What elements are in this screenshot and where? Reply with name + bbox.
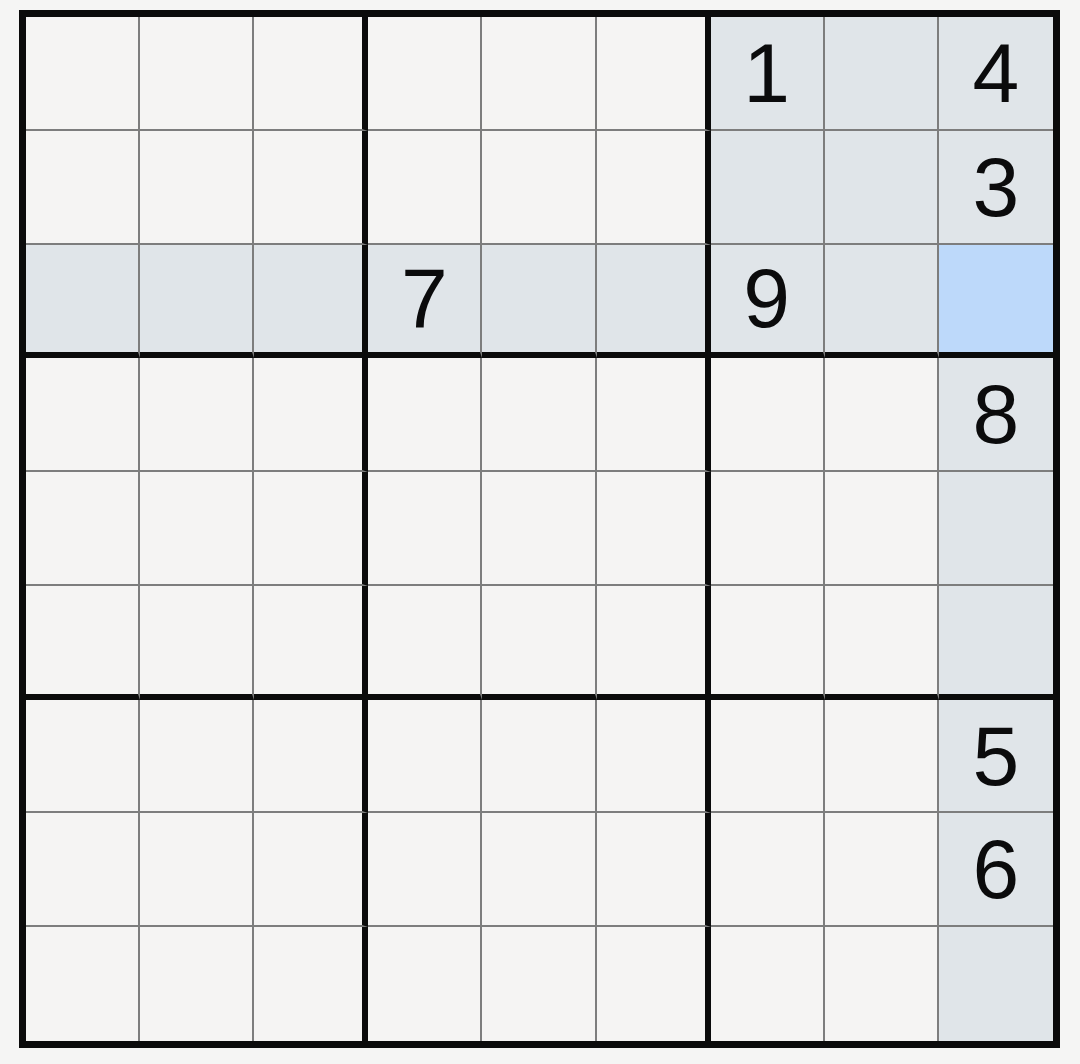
cell-r7c4[interactable] (368, 700, 482, 814)
cell-r4c5[interactable] (482, 358, 596, 472)
cell-r9c1[interactable] (26, 927, 140, 1041)
sudoku-board: 14379856 (19, 10, 1060, 1048)
cell-r3c5[interactable] (482, 245, 596, 359)
cell-r7c2[interactable] (140, 700, 254, 814)
cell-r7c1[interactable] (26, 700, 140, 814)
cell-r2c3[interactable] (254, 131, 368, 245)
cell-r3c7[interactable]: 9 (711, 245, 825, 359)
cell-r9c9[interactable] (939, 927, 1053, 1041)
cell-r1c2[interactable] (140, 17, 254, 131)
cell-r2c2[interactable] (140, 131, 254, 245)
cell-r9c2[interactable] (140, 927, 254, 1041)
cell-r3c2[interactable] (140, 245, 254, 359)
cell-r4c4[interactable] (368, 358, 482, 472)
cell-r4c3[interactable] (254, 358, 368, 472)
cell-r9c4[interactable] (368, 927, 482, 1041)
cell-r4c8[interactable] (825, 358, 939, 472)
cell-r7c6[interactable] (597, 700, 711, 814)
cell-r8c8[interactable] (825, 813, 939, 927)
cell-r5c1[interactable] (26, 472, 140, 586)
cell-r8c3[interactable] (254, 813, 368, 927)
cell-r5c5[interactable] (482, 472, 596, 586)
cell-r6c6[interactable] (597, 586, 711, 700)
selected-cell-r3c9[interactable] (939, 245, 1053, 359)
cell-r9c6[interactable] (597, 927, 711, 1041)
cell-r4c9[interactable]: 8 (939, 358, 1053, 472)
cell-r1c4[interactable] (368, 17, 482, 131)
cell-r5c2[interactable] (140, 472, 254, 586)
cell-r6c7[interactable] (711, 586, 825, 700)
cell-r1c8[interactable] (825, 17, 939, 131)
cell-r2c4[interactable] (368, 131, 482, 245)
cell-r9c5[interactable] (482, 927, 596, 1041)
cell-r1c7[interactable]: 1 (711, 17, 825, 131)
cell-r4c2[interactable] (140, 358, 254, 472)
cell-r9c3[interactable] (254, 927, 368, 1041)
cell-r6c1[interactable] (26, 586, 140, 700)
cell-r2c9[interactable]: 3 (939, 131, 1053, 245)
cell-r2c5[interactable] (482, 131, 596, 245)
cell-r6c9[interactable] (939, 586, 1053, 700)
cell-r5c4[interactable] (368, 472, 482, 586)
cell-r2c1[interactable] (26, 131, 140, 245)
given-digit: 7 (401, 256, 448, 340)
cell-r8c5[interactable] (482, 813, 596, 927)
cell-r3c4[interactable]: 7 (368, 245, 482, 359)
given-digit: 5 (973, 714, 1020, 798)
cell-r1c3[interactable] (254, 17, 368, 131)
given-digit: 4 (973, 31, 1020, 115)
cell-r8c2[interactable] (140, 813, 254, 927)
cell-r3c8[interactable] (825, 245, 939, 359)
cell-r1c1[interactable] (26, 17, 140, 131)
given-digit: 9 (743, 256, 790, 340)
cell-r7c9[interactable]: 5 (939, 700, 1053, 814)
cell-r9c7[interactable] (711, 927, 825, 1041)
given-digit: 1 (743, 31, 790, 115)
cell-r3c1[interactable] (26, 245, 140, 359)
cell-r7c7[interactable] (711, 700, 825, 814)
cell-r6c3[interactable] (254, 586, 368, 700)
cell-r5c8[interactable] (825, 472, 939, 586)
cell-r4c1[interactable] (26, 358, 140, 472)
cell-r6c5[interactable] (482, 586, 596, 700)
cell-r1c9[interactable]: 4 (939, 17, 1053, 131)
cell-r8c6[interactable] (597, 813, 711, 927)
cell-r8c4[interactable] (368, 813, 482, 927)
cell-r7c3[interactable] (254, 700, 368, 814)
cell-r3c3[interactable] (254, 245, 368, 359)
given-digit: 3 (973, 145, 1020, 229)
cell-r5c6[interactable] (597, 472, 711, 586)
cell-r3c6[interactable] (597, 245, 711, 359)
cell-r2c6[interactable] (597, 131, 711, 245)
cell-r2c8[interactable] (825, 131, 939, 245)
cell-r5c7[interactable] (711, 472, 825, 586)
given-digit: 6 (973, 827, 1020, 911)
cell-r5c3[interactable] (254, 472, 368, 586)
cell-r1c5[interactable] (482, 17, 596, 131)
cell-r6c2[interactable] (140, 586, 254, 700)
cell-r6c4[interactable] (368, 586, 482, 700)
cell-r8c1[interactable] (26, 813, 140, 927)
cell-r8c7[interactable] (711, 813, 825, 927)
cell-r7c8[interactable] (825, 700, 939, 814)
cell-r4c6[interactable] (597, 358, 711, 472)
cell-r6c8[interactable] (825, 586, 939, 700)
given-digit: 8 (973, 372, 1020, 456)
cell-r5c9[interactable] (939, 472, 1053, 586)
cell-r1c6[interactable] (597, 17, 711, 131)
cell-r2c7[interactable] (711, 131, 825, 245)
cell-r8c9[interactable]: 6 (939, 813, 1053, 927)
cell-r9c8[interactable] (825, 927, 939, 1041)
cell-r4c7[interactable] (711, 358, 825, 472)
cell-r7c5[interactable] (482, 700, 596, 814)
